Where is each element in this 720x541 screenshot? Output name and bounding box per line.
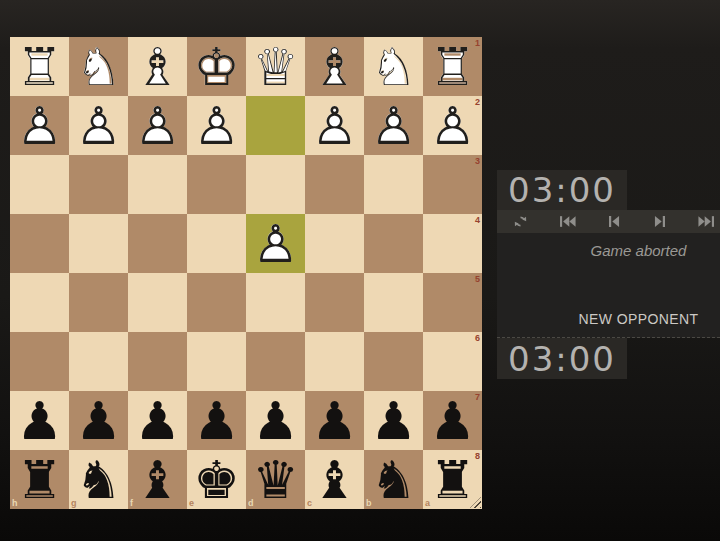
new-opponent-button[interactable]: NEW OPPONENT <box>497 310 720 328</box>
square-g1[interactable]: ♞♘ <box>69 37 128 96</box>
square-h5[interactable] <box>10 273 69 332</box>
square-b2[interactable]: ♟♙ <box>364 96 423 155</box>
square-a7[interactable]: ♟7 <box>423 391 482 450</box>
square-e2[interactable]: ♟♙ <box>187 96 246 155</box>
step-forward-icon <box>654 216 665 227</box>
square-c3[interactable] <box>305 155 364 214</box>
square-c7[interactable]: ♟ <box>305 391 364 450</box>
square-e3[interactable] <box>187 155 246 214</box>
piece-wP-h2[interactable]: ♟♙ <box>10 96 69 155</box>
piece-bN-b8[interactable]: ♞ <box>364 450 423 509</box>
square-h2[interactable]: ♟♙ <box>10 96 69 155</box>
square-f3[interactable] <box>128 155 187 214</box>
file-label-h: h <box>12 499 18 508</box>
square-b6[interactable] <box>364 332 423 391</box>
rank-label-6: 6 <box>475 334 480 343</box>
square-g3[interactable] <box>69 155 128 214</box>
flip-board-button[interactable] <box>512 213 529 230</box>
square-c6[interactable] <box>305 332 364 391</box>
player-clock: 03:00 <box>497 338 627 379</box>
square-e6[interactable] <box>187 332 246 391</box>
square-a2[interactable]: ♟♙2 <box>423 96 482 155</box>
square-a3[interactable]: 3 <box>423 155 482 214</box>
square-f4[interactable] <box>128 214 187 273</box>
player-clock-time: 03:00 <box>508 339 616 379</box>
square-a6[interactable]: 6 <box>423 332 482 391</box>
square-e1[interactable]: ♚♔ <box>187 37 246 96</box>
file-label-g: g <box>71 499 77 508</box>
piece-bP-c7[interactable]: ♟ <box>305 391 364 450</box>
file-label-a: a <box>425 499 430 508</box>
square-h7[interactable]: ♟ <box>10 391 69 450</box>
game-status-text: Game aborted <box>497 233 720 259</box>
square-b7[interactable]: ♟ <box>364 391 423 450</box>
file-label-e: e <box>189 499 194 508</box>
piece-wN-b1[interactable]: ♞♘ <box>364 37 423 96</box>
step-back-icon <box>609 216 620 227</box>
app-window: ♜♖♞♘♝♗♚♔♛♕♝♗♞♘♜♖1♟♙♟♙♟♙♟♙♟♙♟♙♟♙23♟♙456♟♟… <box>0 0 720 541</box>
skip-to-last-icon <box>698 216 714 227</box>
piece-wP-a2[interactable]: ♟♙ <box>423 96 482 155</box>
rank-label-2: 2 <box>475 98 480 107</box>
piece-wQ-d1[interactable]: ♛♕ <box>246 37 305 96</box>
square-h3[interactable] <box>10 155 69 214</box>
piece-bP-e7[interactable]: ♟ <box>187 391 246 450</box>
piece-bP-b7[interactable]: ♟ <box>364 391 423 450</box>
square-c4[interactable] <box>305 214 364 273</box>
square-b4[interactable] <box>364 214 423 273</box>
square-f8[interactable]: ♝f <box>128 450 187 509</box>
game-controls-bar <box>497 210 720 233</box>
piece-bB-c8[interactable]: ♝ <box>305 450 364 509</box>
square-g4[interactable] <box>69 214 128 273</box>
piece-wR-h1[interactable]: ♜♖ <box>10 37 69 96</box>
square-f6[interactable] <box>128 332 187 391</box>
piece-wB-c1[interactable]: ♝♗ <box>305 37 364 96</box>
rank-label-3: 3 <box>475 157 480 166</box>
square-d8[interactable]: ♛d <box>246 450 305 509</box>
piece-wP-d4[interactable]: ♟♙ <box>246 214 305 273</box>
piece-wP-g2[interactable]: ♟♙ <box>69 96 128 155</box>
rank-label-1: 1 <box>475 39 480 48</box>
square-d6[interactable] <box>246 332 305 391</box>
last-move-button[interactable] <box>696 214 716 229</box>
game-controls <box>497 210 720 233</box>
square-b1[interactable]: ♞♘ <box>364 37 423 96</box>
square-c1[interactable]: ♝♗ <box>305 37 364 96</box>
piece-bK-e8[interactable]: ♚ <box>187 450 246 509</box>
file-label-b: b <box>366 499 372 508</box>
square-b8[interactable]: ♞b <box>364 450 423 509</box>
square-h6[interactable] <box>10 332 69 391</box>
piece-wR-a1[interactable]: ♜♖ <box>423 37 482 96</box>
game-status-panel: Game aborted NEW OPPONENT <box>497 233 720 338</box>
piece-wB-f1[interactable]: ♝♗ <box>128 37 187 96</box>
previous-move-button[interactable] <box>607 214 622 229</box>
piece-bR-a8[interactable]: ♜ <box>423 450 482 509</box>
piece-wP-b2[interactable]: ♟♙ <box>364 96 423 155</box>
piece-bB-f8[interactable]: ♝ <box>128 450 187 509</box>
piece-bP-d7[interactable]: ♟ <box>246 391 305 450</box>
next-move-button[interactable] <box>652 214 667 229</box>
square-d1[interactable]: ♛♕ <box>246 37 305 96</box>
square-g2[interactable]: ♟♙ <box>69 96 128 155</box>
square-b5[interactable] <box>364 273 423 332</box>
square-d4[interactable]: ♟♙ <box>246 214 305 273</box>
file-label-f: f <box>130 499 133 508</box>
square-h1[interactable]: ♜♖ <box>10 37 69 96</box>
square-e4[interactable] <box>187 214 246 273</box>
square-c2[interactable]: ♟♙ <box>305 96 364 155</box>
square-a4[interactable]: 4 <box>423 214 482 273</box>
square-e7[interactable]: ♟ <box>187 391 246 450</box>
skip-to-first-icon <box>560 216 576 227</box>
square-f5[interactable] <box>128 273 187 332</box>
square-c5[interactable] <box>305 273 364 332</box>
rank-label-8: 8 <box>475 452 480 461</box>
piece-bP-g7[interactable]: ♟ <box>69 391 128 450</box>
opponent-clock: 03:00 <box>497 170 627 210</box>
file-label-d: d <box>248 499 254 508</box>
piece-bN-g8[interactable]: ♞ <box>69 450 128 509</box>
rank-label-4: 4 <box>475 216 480 225</box>
square-g5[interactable] <box>69 273 128 332</box>
chess-board[interactable]: ♜♖♞♘♝♗♚♔♛♕♝♗♞♘♜♖1♟♙♟♙♟♙♟♙♟♙♟♙♟♙23♟♙456♟♟… <box>10 37 482 509</box>
piece-bP-f7[interactable]: ♟ <box>128 391 187 450</box>
piece-wK-e1[interactable]: ♚♔ <box>187 37 246 96</box>
square-h8[interactable]: ♜h <box>10 450 69 509</box>
square-c8[interactable]: ♝c <box>305 450 364 509</box>
piece-bP-h7[interactable]: ♟ <box>10 391 69 450</box>
rank-label-5: 5 <box>475 275 480 284</box>
piece-wP-f2[interactable]: ♟♙ <box>128 96 187 155</box>
first-move-button[interactable] <box>558 214 578 229</box>
flip-cycle-icon <box>514 215 527 228</box>
square-g6[interactable] <box>69 332 128 391</box>
square-f7[interactable]: ♟ <box>128 391 187 450</box>
piece-bP-a7[interactable]: ♟ <box>423 391 482 450</box>
opponent-clock-time: 03:00 <box>508 170 616 210</box>
square-b3[interactable] <box>364 155 423 214</box>
square-a1[interactable]: ♜♖1 <box>423 37 482 96</box>
rank-label-7: 7 <box>475 393 480 402</box>
piece-wP-c2[interactable]: ♟♙ <box>305 96 364 155</box>
piece-wP-e2[interactable]: ♟♙ <box>187 96 246 155</box>
square-d5[interactable] <box>246 273 305 332</box>
piece-bR-h8[interactable]: ♜ <box>10 450 69 509</box>
square-a8[interactable]: ♜8a <box>423 450 482 509</box>
piece-wN-g1[interactable]: ♞♘ <box>69 37 128 96</box>
square-d2[interactable] <box>246 96 305 155</box>
square-e5[interactable] <box>187 273 246 332</box>
square-d3[interactable] <box>246 155 305 214</box>
square-a5[interactable]: 5 <box>423 273 482 332</box>
square-f2[interactable]: ♟♙ <box>128 96 187 155</box>
file-label-c: c <box>307 499 312 508</box>
square-e8[interactable]: ♚e <box>187 450 246 509</box>
piece-bQ-d8[interactable]: ♛ <box>246 450 305 509</box>
square-h4[interactable] <box>10 214 69 273</box>
square-g7[interactable]: ♟ <box>69 391 128 450</box>
square-g8[interactable]: ♞g <box>69 450 128 509</box>
square-d7[interactable]: ♟ <box>246 391 305 450</box>
square-f1[interactable]: ♝♗ <box>128 37 187 96</box>
